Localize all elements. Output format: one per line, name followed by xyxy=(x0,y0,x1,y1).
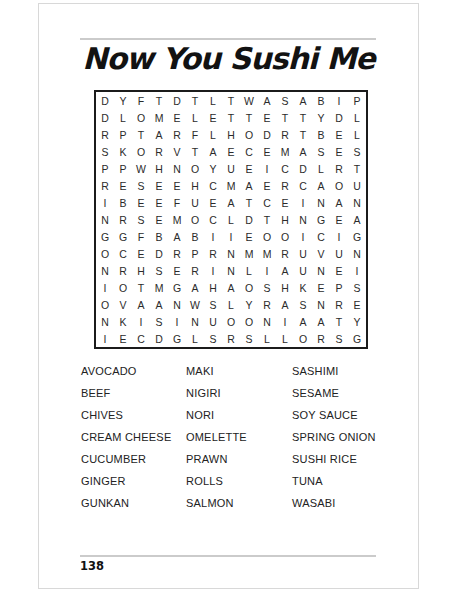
grid-cell: G xyxy=(96,228,114,245)
word-list-item: NIGIRI xyxy=(186,387,292,409)
grid-cell: O xyxy=(186,211,204,228)
grid-cell: T xyxy=(240,194,258,211)
grid-cell: P xyxy=(114,160,132,177)
grid-cell: O xyxy=(96,245,114,262)
grid-cell: N xyxy=(96,262,114,279)
word-list-item: NORI xyxy=(186,409,292,431)
header-rule xyxy=(80,38,376,40)
grid-cell: U xyxy=(348,177,366,194)
grid-cell: D xyxy=(150,245,168,262)
grid-cell: O xyxy=(186,160,204,177)
grid-cell: I xyxy=(276,313,294,330)
grid-cell: N xyxy=(222,262,240,279)
grid-cell: T xyxy=(258,211,276,228)
grid-cell: B xyxy=(312,92,330,109)
grid-cell: E xyxy=(150,177,168,194)
grid-cell: E xyxy=(204,194,222,211)
grid-cell: O xyxy=(294,330,312,347)
word-list-item: SPRING ONION xyxy=(292,431,376,453)
grid-cell: T xyxy=(132,279,150,296)
grid-cell: P xyxy=(114,126,132,143)
grid-cell: S xyxy=(132,177,150,194)
grid-cell: L xyxy=(348,109,366,126)
grid-cell: M xyxy=(276,143,294,160)
footer-rule xyxy=(80,555,376,557)
grid-cell: N xyxy=(96,313,114,330)
grid-cell: R xyxy=(258,296,276,313)
grid-cell: P xyxy=(330,279,348,296)
grid-cell: E xyxy=(330,143,348,160)
grid-cell: U xyxy=(294,262,312,279)
grid-cell: D xyxy=(294,160,312,177)
grid-cell: W xyxy=(186,296,204,313)
grid-cell: I xyxy=(96,279,114,296)
grid-cell: E xyxy=(276,194,294,211)
grid-cell: N xyxy=(294,211,312,228)
grid-cell: Y xyxy=(204,160,222,177)
grid-cell: S xyxy=(150,313,168,330)
grid-cell: T xyxy=(330,313,348,330)
grid-cell: H xyxy=(276,279,294,296)
grid-cell: L xyxy=(186,109,204,126)
grid-cell: L xyxy=(312,160,330,177)
grid-cell: B xyxy=(150,228,168,245)
grid-cell: Y xyxy=(348,313,366,330)
grid-cell: T xyxy=(276,109,294,126)
grid-cell: L xyxy=(204,126,222,143)
grid-cell: S xyxy=(348,143,366,160)
word-list-item: SASHIMI xyxy=(292,365,376,387)
grid-cell: C xyxy=(204,211,222,228)
grid-cell: O xyxy=(132,109,150,126)
grid-cell: V xyxy=(114,296,132,313)
page-number: 138 xyxy=(80,559,104,573)
grid-cell: O xyxy=(258,228,276,245)
grid-cell: K xyxy=(114,313,132,330)
grid-cell: R xyxy=(168,126,186,143)
grid-cell: R xyxy=(186,262,204,279)
puzzle-title: Now You Sushi Me xyxy=(39,42,418,75)
grid-cell: P xyxy=(96,160,114,177)
grid-cell: A xyxy=(348,211,366,228)
grid-cell: E xyxy=(312,279,330,296)
grid-cell: R xyxy=(330,296,348,313)
grid-cell: U xyxy=(186,194,204,211)
grid-cell: I xyxy=(204,228,222,245)
grid-cell: T xyxy=(348,160,366,177)
grid-cell: A xyxy=(168,228,186,245)
grid-cell: B xyxy=(114,194,132,211)
grid-cell: U xyxy=(330,245,348,262)
grid-cell: I xyxy=(258,160,276,177)
grid-cell: N xyxy=(312,262,330,279)
grid-cell: A xyxy=(222,194,240,211)
grid-cell: S xyxy=(132,211,150,228)
grid-cell: H xyxy=(186,177,204,194)
grid-cell: N xyxy=(312,194,330,211)
grid-cell: Y xyxy=(240,296,258,313)
grid-cell: L xyxy=(204,92,222,109)
grid-cell: A xyxy=(222,279,240,296)
grid-cell: D xyxy=(96,109,114,126)
grid-cell: U xyxy=(294,245,312,262)
grid-cell: R xyxy=(114,262,132,279)
grid-cell: F xyxy=(168,194,186,211)
grid-cell: N xyxy=(312,296,330,313)
grid-cell: B xyxy=(186,228,204,245)
grid-cell: E xyxy=(114,330,132,347)
grid-cell: E xyxy=(168,262,186,279)
word-list-item: MAKI xyxy=(186,365,292,387)
grid-cell: R xyxy=(222,330,240,347)
grid-cell: I xyxy=(294,194,312,211)
word-search-grid: DYFTDTLTWASABIPDLOMELETTETTYDLRPTARFLHOD… xyxy=(94,90,368,349)
grid-cell: I xyxy=(96,330,114,347)
grid-cell: I xyxy=(96,194,114,211)
grid-cell: A xyxy=(312,177,330,194)
grid-cell: R xyxy=(168,245,186,262)
grid-cell: T xyxy=(222,109,240,126)
grid-cell: R xyxy=(276,126,294,143)
grid-cell: W xyxy=(240,92,258,109)
grid-cell: S xyxy=(276,92,294,109)
grid-cell: E xyxy=(222,143,240,160)
grid-cell: R xyxy=(276,245,294,262)
grid-cell: E xyxy=(204,109,222,126)
word-list-item: CUCUMBER xyxy=(81,453,186,475)
grid-cell: S xyxy=(96,143,114,160)
grid-cell: D xyxy=(240,211,258,228)
grid-cell: K xyxy=(294,279,312,296)
grid-cell: E xyxy=(258,177,276,194)
grid-cell: C xyxy=(240,143,258,160)
grid-cell: C xyxy=(276,160,294,177)
grid-cell: I xyxy=(348,262,366,279)
grid-cell: C xyxy=(132,330,150,347)
word-list-item: SUSHI RICE xyxy=(292,453,376,475)
grid-cell: G xyxy=(348,330,366,347)
grid-cell: S xyxy=(240,330,258,347)
grid-cell: N xyxy=(222,245,240,262)
grid-cell: O xyxy=(96,296,114,313)
grid-cell: E xyxy=(168,109,186,126)
grid-cell: I xyxy=(222,228,240,245)
word-list-item: ROLLS xyxy=(186,475,292,497)
grid-cell: O xyxy=(276,228,294,245)
grid-cell: U xyxy=(204,313,222,330)
grid-cell: T xyxy=(186,143,204,160)
grid-cell: E xyxy=(330,211,348,228)
grid-cell: L xyxy=(114,109,132,126)
grid-cell: A xyxy=(294,143,312,160)
grid-cell: V xyxy=(168,143,186,160)
grid-cell: O xyxy=(222,313,240,330)
grid-cell: E xyxy=(240,228,258,245)
word-list-item: SOY SAUCE xyxy=(292,409,376,431)
grid-cell: G xyxy=(312,211,330,228)
grid-cell: R xyxy=(204,245,222,262)
grid-cell: R xyxy=(150,143,168,160)
grid-cell: H xyxy=(276,211,294,228)
grid-cell: F xyxy=(132,228,150,245)
grid-cell: A xyxy=(186,279,204,296)
word-list-item: OMELETTE xyxy=(186,431,292,453)
grid-cell: M xyxy=(240,245,258,262)
grid-cell: G xyxy=(168,279,186,296)
word-list-item: GUNKAN xyxy=(81,497,186,519)
grid-cell: E xyxy=(150,194,168,211)
grid-cell: P xyxy=(348,92,366,109)
grid-cell: T xyxy=(294,126,312,143)
word-list-item: CREAM CHEESE xyxy=(81,431,186,453)
grid-cell: I xyxy=(132,313,150,330)
grid-cell: L xyxy=(348,126,366,143)
word-list-item: SALMON xyxy=(186,497,292,519)
grid-cell: E xyxy=(132,194,150,211)
word-list-item: BEEF xyxy=(81,387,186,409)
grid-cell: S xyxy=(312,143,330,160)
grid-cell: O xyxy=(240,279,258,296)
grid-cell: T xyxy=(240,109,258,126)
grid-cell: O xyxy=(114,279,132,296)
grid-cell: T xyxy=(222,92,240,109)
grid-cell: H xyxy=(222,126,240,143)
grid-cell: N xyxy=(168,160,186,177)
grid-cell: F xyxy=(132,92,150,109)
grid-cell: Y xyxy=(114,92,132,109)
grid-cell: C xyxy=(294,177,312,194)
grid-cell: T xyxy=(294,109,312,126)
word-list: AVOCADOBEEFCHIVESCREAM CHEESECUCUMBERGIN… xyxy=(81,365,376,519)
grid-cell: C xyxy=(114,245,132,262)
grid-cell: E xyxy=(330,126,348,143)
grid-cell: A xyxy=(204,143,222,160)
grid-cell: D xyxy=(96,92,114,109)
grid-cell: E xyxy=(348,296,366,313)
grid-cell: S xyxy=(258,279,276,296)
grid-cell: G xyxy=(114,228,132,245)
grid-cell: D xyxy=(258,126,276,143)
grid-cell: A xyxy=(150,296,168,313)
grid-cell: R xyxy=(330,160,348,177)
grid-cell: R xyxy=(96,177,114,194)
page: Now You Sushi Me DYFTDTLTWASABIPDLOMELET… xyxy=(38,3,419,589)
word-list-item: TUNA xyxy=(292,475,376,497)
grid-cell: C xyxy=(258,194,276,211)
grid-cell: L xyxy=(186,330,204,347)
grid-cell: L xyxy=(240,262,258,279)
grid-cell: A xyxy=(294,313,312,330)
grid-cell: L xyxy=(222,296,240,313)
grid-cell: I xyxy=(330,228,348,245)
grid-cell: C xyxy=(204,177,222,194)
grid-cell: E xyxy=(240,160,258,177)
grid-cell: S xyxy=(204,296,222,313)
grid-cell: R xyxy=(114,211,132,228)
grid-cell: G xyxy=(168,330,186,347)
grid-cell: A xyxy=(330,194,348,211)
grid-cell: L xyxy=(258,330,276,347)
grid-cell: S xyxy=(294,296,312,313)
grid-cell: B xyxy=(312,126,330,143)
grid-cell: Y xyxy=(312,109,330,126)
grid-cell: R xyxy=(96,126,114,143)
grid-cell: I xyxy=(330,92,348,109)
grid-cell: M xyxy=(150,109,168,126)
grid-cell: M xyxy=(222,177,240,194)
grid-cell: O xyxy=(240,126,258,143)
grid-cell: M xyxy=(168,211,186,228)
grid-cell: E xyxy=(114,177,132,194)
grid-cell: E xyxy=(168,177,186,194)
grid-cell: I xyxy=(258,262,276,279)
grid-cell: A xyxy=(276,262,294,279)
grid-cell: G xyxy=(348,228,366,245)
grid-cell: I xyxy=(294,228,312,245)
grid-cell: A xyxy=(276,296,294,313)
grid-cell: W xyxy=(132,160,150,177)
grid-cell: M xyxy=(258,245,276,262)
grid-cell: A xyxy=(240,177,258,194)
grid-cell: I xyxy=(168,313,186,330)
grid-cell: E xyxy=(132,245,150,262)
grid-cell: V xyxy=(312,245,330,262)
grid-cell: N xyxy=(96,211,114,228)
word-list-item: AVOCADO xyxy=(81,365,186,387)
grid-cell: P xyxy=(186,245,204,262)
grid-cell: H xyxy=(204,279,222,296)
grid-cell: T xyxy=(132,126,150,143)
grid-cell: U xyxy=(222,160,240,177)
grid-cell: T xyxy=(150,92,168,109)
grid-cell: E xyxy=(150,211,168,228)
grid-cell: E xyxy=(330,262,348,279)
grid-cell: C xyxy=(312,228,330,245)
grid-cell: S xyxy=(204,330,222,347)
grid-cell: E xyxy=(258,109,276,126)
grid-cell: A xyxy=(132,296,150,313)
grid-cell: N xyxy=(186,313,204,330)
grid-cell: N xyxy=(168,296,186,313)
word-list-item: CHIVES xyxy=(81,409,186,431)
grid-cell: N xyxy=(348,194,366,211)
grid-cell: D xyxy=(330,109,348,126)
grid-cell: S xyxy=(348,279,366,296)
grid-cell: N xyxy=(348,245,366,262)
grid-cell: A xyxy=(312,313,330,330)
grid-cell: A xyxy=(150,126,168,143)
grid-cell: H xyxy=(132,262,150,279)
grid-cell: L xyxy=(222,211,240,228)
grid-cell: R xyxy=(312,330,330,347)
grid-cell: K xyxy=(114,143,132,160)
grid-cell: D xyxy=(150,330,168,347)
grid-cell: L xyxy=(276,330,294,347)
grid-cell: D xyxy=(168,92,186,109)
grid-cell: N xyxy=(258,313,276,330)
word-list-item: PRAWN xyxy=(186,453,292,475)
grid-cell: O xyxy=(132,143,150,160)
grid-cell: M xyxy=(150,279,168,296)
word-list-item: SESAME xyxy=(292,387,376,409)
grid-cell: S xyxy=(150,262,168,279)
grid-cell: O xyxy=(330,177,348,194)
grid-cell: E xyxy=(258,143,276,160)
grid-cell: I xyxy=(204,262,222,279)
grid-cell: A xyxy=(294,92,312,109)
grid-cell: O xyxy=(240,313,258,330)
grid-cell: A xyxy=(258,92,276,109)
grid-cell: T xyxy=(186,92,204,109)
grid-cell: F xyxy=(186,126,204,143)
grid-cell: H xyxy=(150,160,168,177)
grid-cell: S xyxy=(330,330,348,347)
word-list-item: WASABI xyxy=(292,497,376,519)
grid-cell: R xyxy=(276,177,294,194)
word-list-item: GINGER xyxy=(81,475,186,497)
